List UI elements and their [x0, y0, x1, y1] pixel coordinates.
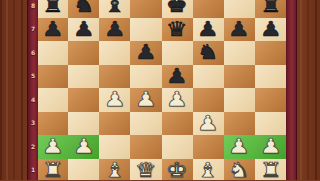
square-f1[interactable]: ♝ [193, 159, 224, 181]
square-g7[interactable]: ♟ [224, 18, 255, 42]
white-pawn: ♟ [228, 136, 250, 157]
square-a7[interactable]: ♟ [37, 18, 68, 42]
black-pawn: ♟ [73, 19, 95, 40]
square-c6[interactable] [99, 41, 130, 65]
white-bishop: ♝ [104, 160, 126, 180]
black-pawn: ♟ [104, 19, 126, 40]
white-pawn: ♟ [135, 89, 157, 110]
square-f8[interactable] [193, 0, 224, 18]
white-pawn: ♟ [259, 136, 281, 157]
square-e8[interactable]: ♚ [162, 0, 193, 18]
black-rook: ♜ [259, 0, 281, 16]
square-b1[interactable] [68, 159, 99, 181]
square-c3[interactable] [99, 112, 130, 136]
square-g5[interactable] [224, 65, 255, 89]
square-e1[interactable]: ♚ [162, 159, 193, 181]
white-rook: ♜ [42, 160, 64, 180]
square-b7[interactable]: ♟ [68, 18, 99, 42]
square-g3[interactable] [224, 112, 255, 136]
white-king: ♚ [166, 160, 188, 180]
white-pawn: ♟ [197, 113, 219, 134]
square-c8[interactable]: ♝ [99, 0, 130, 18]
square-f4[interactable] [193, 88, 224, 112]
square-d4[interactable]: ♟ [130, 88, 161, 112]
square-c5[interactable] [99, 65, 130, 89]
square-e4[interactable]: ♟ [162, 88, 193, 112]
square-h5[interactable] [255, 65, 286, 89]
black-pawn: ♟ [166, 66, 188, 87]
rank-label-1: 1 [28, 167, 38, 173]
square-a1[interactable]: ♜ [37, 159, 68, 181]
square-b4[interactable] [68, 88, 99, 112]
black-rook: ♜ [42, 0, 64, 16]
square-g8[interactable] [224, 0, 255, 18]
black-bishop: ♝ [104, 0, 126, 16]
rank-label-6: 6 [28, 50, 38, 56]
square-d7[interactable] [130, 18, 161, 42]
white-knight: ♞ [228, 160, 250, 180]
black-knight: ♞ [73, 0, 95, 16]
chess-board[interactable]: ♜♞♝♚♜♟♟♟♛♟♟♟♟♞♟♟♟♟♟♟♟♟♟♜♝♛♚♝♞♜ [37, 0, 286, 180]
square-d8[interactable] [130, 0, 161, 18]
square-h2[interactable]: ♟ [255, 135, 286, 159]
square-e7[interactable]: ♛ [162, 18, 193, 42]
square-f2[interactable] [193, 135, 224, 159]
square-g4[interactable] [224, 88, 255, 112]
square-b2[interactable]: ♟ [68, 135, 99, 159]
black-pawn: ♟ [228, 19, 250, 40]
white-pawn: ♟ [42, 136, 64, 157]
square-h7[interactable]: ♟ [255, 18, 286, 42]
rank-label-2: 2 [28, 144, 38, 150]
square-c4[interactable]: ♟ [99, 88, 130, 112]
square-h3[interactable] [255, 112, 286, 136]
square-d2[interactable] [130, 135, 161, 159]
square-h6[interactable] [255, 41, 286, 65]
square-h4[interactable] [255, 88, 286, 112]
square-b8[interactable]: ♞ [68, 0, 99, 18]
square-d6[interactable]: ♟ [130, 41, 161, 65]
black-knight: ♞ [197, 42, 219, 63]
white-rook: ♜ [259, 160, 281, 180]
black-pawn: ♟ [42, 19, 64, 40]
square-e6[interactable] [162, 41, 193, 65]
square-a4[interactable] [37, 88, 68, 112]
board-frame-right [286, 0, 297, 180]
rank-label-5: 5 [28, 73, 38, 79]
white-bishop: ♝ [197, 160, 219, 180]
square-f6[interactable]: ♞ [193, 41, 224, 65]
white-pawn: ♟ [104, 89, 126, 110]
square-a8[interactable]: ♜ [37, 0, 68, 18]
square-c2[interactable] [99, 135, 130, 159]
square-c1[interactable]: ♝ [99, 159, 130, 181]
black-king: ♚ [166, 0, 188, 16]
rank-label-8: 8 [28, 3, 38, 9]
square-g2[interactable]: ♟ [224, 135, 255, 159]
square-b3[interactable] [68, 112, 99, 136]
square-f5[interactable] [193, 65, 224, 89]
white-queen: ♛ [135, 160, 157, 180]
square-d1[interactable]: ♛ [130, 159, 161, 181]
square-h1[interactable]: ♜ [255, 159, 286, 181]
rank-label-7: 7 [28, 26, 38, 32]
square-f3[interactable]: ♟ [193, 112, 224, 136]
board-frame-left: 87654321 [27, 0, 38, 180]
white-pawn: ♟ [73, 136, 95, 157]
square-d3[interactable] [130, 112, 161, 136]
square-a3[interactable] [37, 112, 68, 136]
black-pawn: ♟ [135, 42, 157, 63]
square-h8[interactable]: ♜ [255, 0, 286, 18]
square-e5[interactable]: ♟ [162, 65, 193, 89]
square-g6[interactable] [224, 41, 255, 65]
square-d5[interactable] [130, 65, 161, 89]
rank-label-3: 3 [28, 120, 38, 126]
black-pawn: ♟ [259, 19, 281, 40]
white-pawn: ♟ [166, 89, 188, 110]
square-a6[interactable] [37, 41, 68, 65]
black-queen: ♛ [166, 19, 188, 40]
black-pawn: ♟ [197, 19, 219, 40]
square-e3[interactable] [162, 112, 193, 136]
square-c7[interactable]: ♟ [99, 18, 130, 42]
square-g1[interactable]: ♞ [224, 159, 255, 181]
square-a2[interactable]: ♟ [37, 135, 68, 159]
square-b5[interactable] [68, 65, 99, 89]
square-e2[interactable] [162, 135, 193, 159]
square-b6[interactable] [68, 41, 99, 65]
square-a5[interactable] [37, 65, 68, 89]
square-f7[interactable]: ♟ [193, 18, 224, 42]
rank-label-4: 4 [28, 97, 38, 103]
